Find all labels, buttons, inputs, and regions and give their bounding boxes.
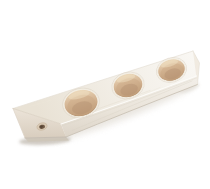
product-image	[0, 0, 210, 189]
product-photo-canvas	[0, 0, 210, 189]
